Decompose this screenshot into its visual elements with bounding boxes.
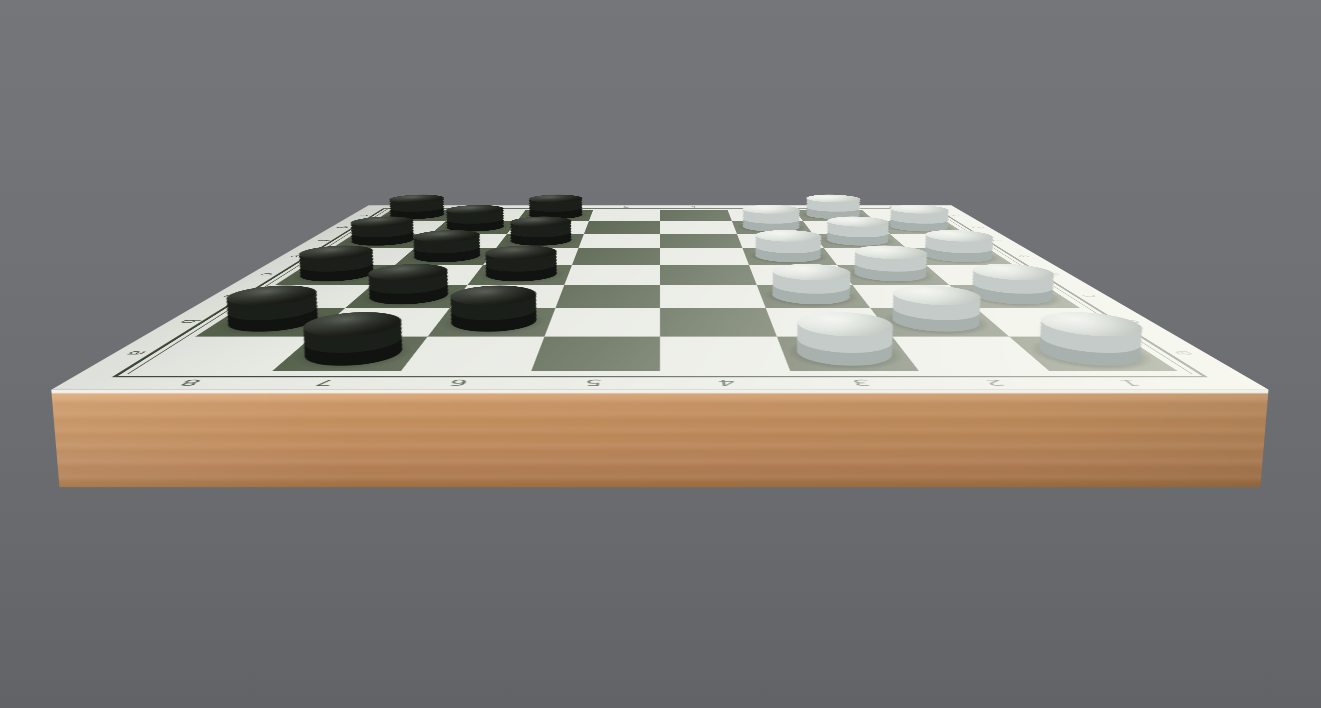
coord-near-6: 6 [433, 377, 484, 387]
square-f4[interactable] [660, 234, 742, 249]
piece-white-e1[interactable] [918, 250, 1001, 263]
piece-black-d6[interactable] [481, 267, 561, 282]
coord-near-3: 3 [836, 377, 887, 387]
perspective-camera: 8877665544332211hhggffeeddccbbaa [0, 0, 1321, 708]
piece-white-d2[interactable] [849, 267, 934, 282]
coord-near-5: 5 [569, 377, 616, 387]
scene-stage: 8877665544332211hhggffeeddccbbaa [0, 0, 1321, 708]
piece-white-b2[interactable] [885, 311, 991, 333]
piece-white-c3[interactable] [768, 287, 856, 305]
piece-white-e3[interactable] [752, 250, 825, 263]
piece-white-a3[interactable] [791, 340, 901, 367]
coord-near-7: 7 [297, 377, 352, 387]
board-world: 8877665544332211hhggffeeddccbbaa [51, 205, 1268, 389]
piece-black-b6[interactable] [444, 311, 542, 333]
wooden-board-edge [51, 390, 1268, 488]
coord-near-8: 8 [161, 377, 220, 387]
square-g5[interactable] [584, 221, 660, 234]
piece-black-c7[interactable] [360, 287, 455, 305]
square-b5[interactable] [544, 308, 660, 336]
square-e4[interactable] [660, 248, 749, 265]
coord-far-5: 5 [615, 206, 638, 209]
square-a4[interactable] [660, 336, 790, 371]
square-b4[interactable] [660, 308, 776, 336]
square-h4[interactable] [660, 210, 732, 221]
square-e5[interactable] [572, 248, 661, 265]
square-c5[interactable] [555, 285, 660, 308]
square-h5[interactable] [588, 210, 660, 221]
render-viewport: 8877665544332211hhggffeeddccbbaa [0, 0, 1321, 708]
square-a6[interactable] [401, 336, 544, 371]
coord-near-4: 4 [704, 377, 751, 387]
coord-near-2: 2 [968, 377, 1023, 387]
square-d5[interactable] [564, 265, 660, 285]
square-d4[interactable] [660, 265, 756, 285]
square-a5[interactable] [530, 336, 660, 371]
piece-black-e7[interactable] [407, 250, 485, 263]
piece-black-f8[interactable] [344, 235, 420, 246]
coord-near-1: 1 [1100, 377, 1159, 387]
square-g4[interactable] [660, 221, 736, 234]
piece-black-f6[interactable] [507, 235, 574, 246]
square-f5[interactable] [578, 234, 660, 249]
square-c4[interactable] [660, 285, 765, 308]
coord-far-4: 4 [682, 206, 705, 209]
piece-black-a7[interactable] [291, 340, 411, 367]
